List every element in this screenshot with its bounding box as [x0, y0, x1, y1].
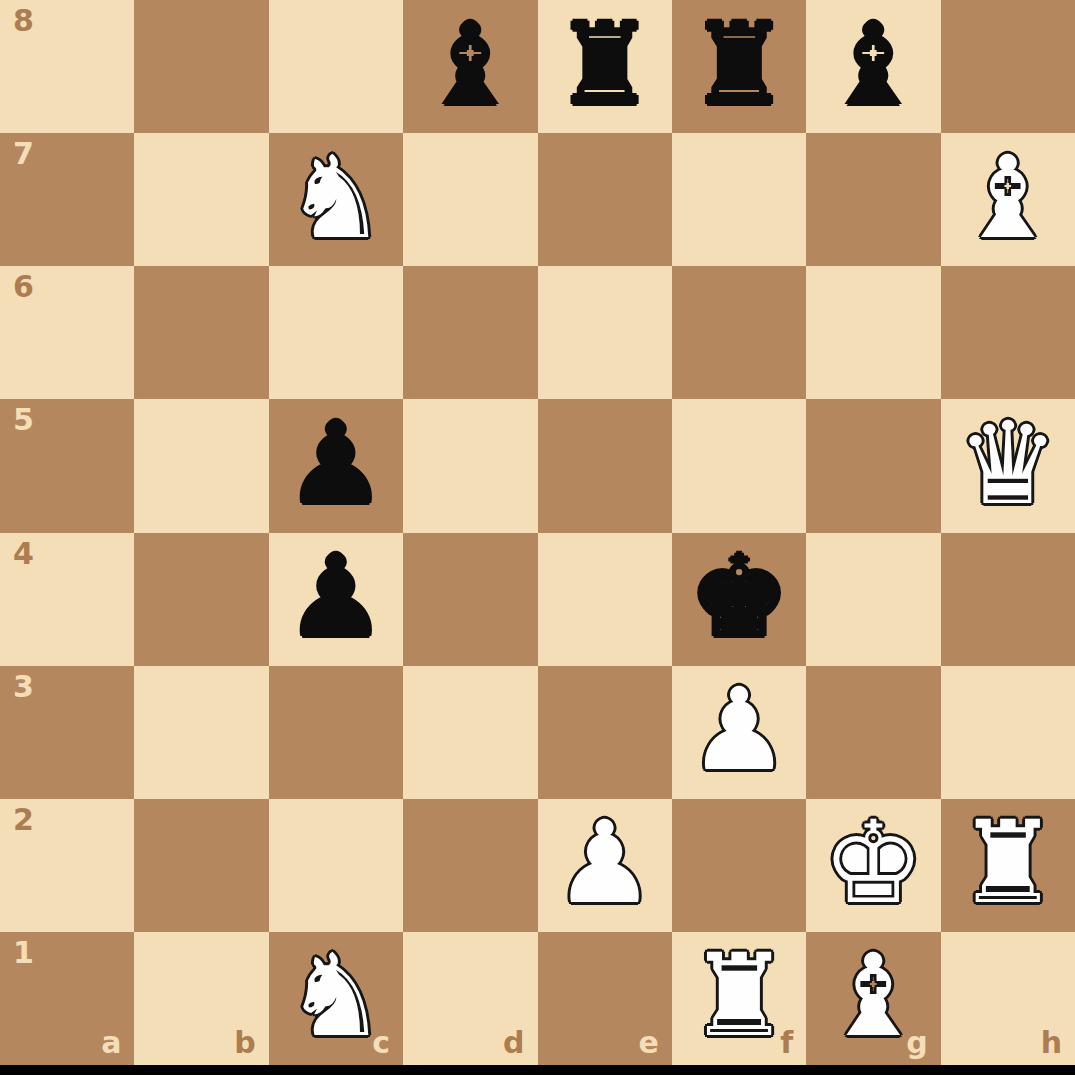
white-king-g2[interactable]: ♚ — [822, 806, 924, 920]
rank-label-6: 6 — [13, 272, 34, 302]
square-b7[interactable] — [134, 133, 268, 266]
rank-label-7: 7 — [13, 139, 34, 169]
black-pawn-c4[interactable]: ♟ — [285, 540, 387, 654]
rank-label-4: 4 — [13, 539, 34, 569]
rank-label-1: 1 — [13, 938, 34, 968]
square-h4[interactable] — [941, 533, 1075, 666]
square-f4[interactable]: ♚ — [672, 533, 806, 666]
square-d3[interactable] — [403, 666, 537, 799]
square-c7[interactable]: ♞ — [269, 133, 403, 266]
black-bishop-d8[interactable]: ♝ — [419, 8, 521, 122]
square-g3[interactable] — [806, 666, 940, 799]
square-f6[interactable] — [672, 266, 806, 399]
square-e4[interactable] — [538, 533, 672, 666]
white-bishop-h7[interactable]: ♝ — [957, 141, 1059, 255]
square-e7[interactable] — [538, 133, 672, 266]
black-pawn-c5[interactable]: ♟ — [285, 407, 387, 521]
white-rook-h2[interactable]: ♜ — [957, 806, 1059, 920]
white-queen-h5[interactable]: ♛ — [957, 407, 1059, 521]
file-label-b: b — [234, 1028, 255, 1058]
square-c1[interactable]: ♞c — [269, 932, 403, 1065]
white-pawn-e2[interactable]: ♟ — [554, 806, 656, 920]
white-pawn-f3[interactable]: ♟ — [688, 673, 790, 787]
square-h7[interactable]: ♝ — [941, 133, 1075, 266]
rank-label-8: 8 — [13, 6, 34, 36]
square-g2[interactable]: ♚ — [806, 799, 940, 932]
square-c8[interactable] — [269, 0, 403, 133]
square-e8[interactable]: ♜ — [538, 0, 672, 133]
square-e1[interactable]: e — [538, 932, 672, 1065]
square-g5[interactable] — [806, 399, 940, 532]
black-rook-e8[interactable]: ♜ — [554, 8, 656, 122]
file-label-f: f — [780, 1028, 793, 1058]
square-f7[interactable] — [672, 133, 806, 266]
square-h3[interactable] — [941, 666, 1075, 799]
square-c3[interactable] — [269, 666, 403, 799]
file-label-a: a — [101, 1028, 121, 1058]
square-d1[interactable]: d — [403, 932, 537, 1065]
square-g1[interactable]: ♝g — [806, 932, 940, 1065]
square-d4[interactable] — [403, 533, 537, 666]
file-label-c: c — [372, 1028, 390, 1058]
bottom-letterbox-bar — [0, 1065, 1075, 1075]
square-e2[interactable]: ♟ — [538, 799, 672, 932]
file-label-d: d — [503, 1028, 524, 1058]
square-d8[interactable]: ♝ — [403, 0, 537, 133]
square-b8[interactable] — [134, 0, 268, 133]
white-rook-f1[interactable]: ♜ — [688, 939, 790, 1053]
white-knight-c7[interactable]: ♞ — [285, 141, 387, 255]
square-a3[interactable]: 3 — [0, 666, 134, 799]
square-h6[interactable] — [941, 266, 1075, 399]
chess-board: 8♝♜♜♝7♞♝65♟♛4♟♚3♟2♟♚♜1ab♞cde♜f♝gh — [0, 0, 1075, 1065]
black-bishop-g8[interactable]: ♝ — [822, 8, 924, 122]
square-d7[interactable] — [403, 133, 537, 266]
square-c6[interactable] — [269, 266, 403, 399]
square-e5[interactable] — [538, 399, 672, 532]
square-b3[interactable] — [134, 666, 268, 799]
square-d5[interactable] — [403, 399, 537, 532]
square-d2[interactable] — [403, 799, 537, 932]
square-e3[interactable] — [538, 666, 672, 799]
square-c5[interactable]: ♟ — [269, 399, 403, 532]
square-f8[interactable]: ♜ — [672, 0, 806, 133]
square-h2[interactable]: ♜ — [941, 799, 1075, 932]
square-a5[interactable]: 5 — [0, 399, 134, 532]
black-king-f4[interactable]: ♚ — [688, 540, 790, 654]
square-b4[interactable] — [134, 533, 268, 666]
square-h8[interactable] — [941, 0, 1075, 133]
black-rook-f8[interactable]: ♜ — [688, 8, 790, 122]
square-f1[interactable]: ♜f — [672, 932, 806, 1065]
square-a4[interactable]: 4 — [0, 533, 134, 666]
square-b1[interactable]: b — [134, 932, 268, 1065]
square-b2[interactable] — [134, 799, 268, 932]
square-h1[interactable]: h — [941, 932, 1075, 1065]
square-f2[interactable] — [672, 799, 806, 932]
square-a6[interactable]: 6 — [0, 266, 134, 399]
rank-label-5: 5 — [13, 405, 34, 435]
square-e6[interactable] — [538, 266, 672, 399]
rank-label-2: 2 — [13, 805, 34, 835]
square-c4[interactable]: ♟ — [269, 533, 403, 666]
square-a1[interactable]: 1a — [0, 932, 134, 1065]
square-b5[interactable] — [134, 399, 268, 532]
file-label-e: e — [639, 1028, 659, 1058]
square-a8[interactable]: 8 — [0, 0, 134, 133]
square-g6[interactable] — [806, 266, 940, 399]
file-label-h: h — [1041, 1028, 1062, 1058]
square-f5[interactable] — [672, 399, 806, 532]
square-g4[interactable] — [806, 533, 940, 666]
square-a7[interactable]: 7 — [0, 133, 134, 266]
square-b6[interactable] — [134, 266, 268, 399]
square-d6[interactable] — [403, 266, 537, 399]
square-c2[interactable] — [269, 799, 403, 932]
square-h5[interactable]: ♛ — [941, 399, 1075, 532]
square-g7[interactable] — [806, 133, 940, 266]
rank-label-3: 3 — [13, 672, 34, 702]
square-g8[interactable]: ♝ — [806, 0, 940, 133]
square-f3[interactable]: ♟ — [672, 666, 806, 799]
file-label-g: g — [906, 1028, 927, 1058]
square-a2[interactable]: 2 — [0, 799, 134, 932]
